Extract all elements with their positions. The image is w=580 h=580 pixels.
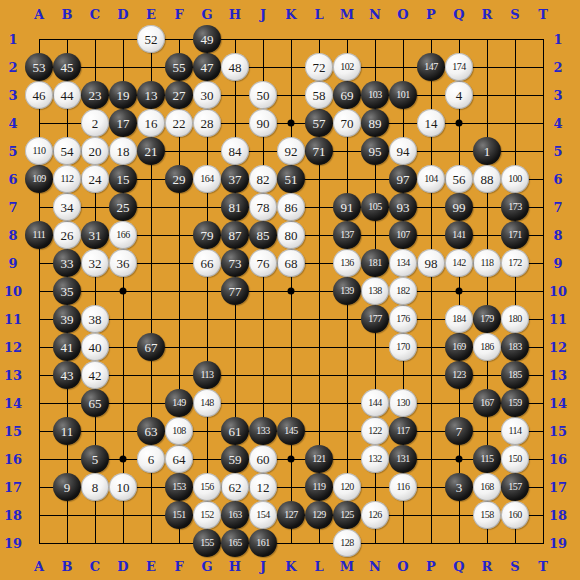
column-label: R	[482, 560, 493, 573]
row-label: 2	[8, 61, 17, 74]
row-label: 13	[4, 369, 22, 382]
stone-Q8: 141	[445, 221, 473, 249]
stone-N15: 122	[361, 417, 389, 445]
go-board-diagram: ABCDEFGHJKLMNOPQRST ABCDEFGHJKLMNOPQRST …	[0, 0, 580, 580]
star-point	[456, 288, 463, 295]
stone-G3: 30	[193, 81, 221, 109]
stone-L17: 119	[305, 473, 333, 501]
stone-H19: 165	[221, 529, 249, 557]
stone-M8: 137	[333, 221, 361, 249]
stone-Q15: 7	[445, 417, 473, 445]
column-label: F	[174, 8, 183, 21]
stone-E15: 63	[137, 417, 165, 445]
stone-R11: 179	[473, 305, 501, 333]
stone-F15: 108	[165, 417, 193, 445]
stone-H7: 81	[221, 193, 249, 221]
row-label: 9	[553, 257, 562, 270]
stone-N11: 177	[361, 305, 389, 333]
stone-O8: 107	[389, 221, 417, 249]
stone-G19: 155	[193, 529, 221, 557]
stone-R6: 88	[473, 165, 501, 193]
stone-H15: 61	[221, 417, 249, 445]
row-label: 4	[8, 117, 17, 130]
stone-G6: 164	[193, 165, 221, 193]
stone-O17: 116	[389, 473, 417, 501]
column-label: C	[90, 560, 100, 573]
row-label: 13	[549, 369, 567, 382]
stone-F2: 55	[165, 53, 193, 81]
column-label: M	[340, 560, 354, 573]
stone-Q6: 56	[445, 165, 473, 193]
stone-E16: 6	[137, 445, 165, 473]
stone-H6: 37	[221, 165, 249, 193]
row-label: 16	[4, 453, 22, 466]
stone-F6: 29	[165, 165, 193, 193]
grid-line-v	[543, 39, 544, 544]
row-label: 10	[549, 285, 567, 298]
stone-K5: 92	[277, 137, 305, 165]
stone-G13: 113	[193, 361, 221, 389]
stone-D7: 25	[109, 193, 137, 221]
row-label: 19	[549, 537, 567, 550]
stone-S17: 157	[501, 473, 529, 501]
row-label: 7	[553, 201, 562, 214]
row-label: 18	[549, 509, 567, 522]
stone-H10: 77	[221, 277, 249, 305]
stone-O15: 117	[389, 417, 417, 445]
stone-M19: 128	[333, 529, 361, 557]
stone-S15: 114	[501, 417, 529, 445]
stone-G2: 47	[193, 53, 221, 81]
row-label: 17	[4, 481, 22, 494]
stone-B7: 34	[53, 193, 81, 221]
column-label: E	[146, 560, 156, 573]
stone-K9: 68	[277, 249, 305, 277]
stone-D17: 10	[109, 473, 137, 501]
stone-N16: 132	[361, 445, 389, 473]
stone-J19: 161	[249, 529, 277, 557]
row-label: 15	[549, 425, 567, 438]
column-label: R	[482, 8, 493, 21]
stone-O9: 134	[389, 249, 417, 277]
column-label: G	[201, 8, 212, 21]
column-label: S	[510, 8, 519, 21]
stone-A8: 111	[25, 221, 53, 249]
stone-H5: 84	[221, 137, 249, 165]
stone-B5: 54	[53, 137, 81, 165]
stone-B2: 45	[53, 53, 81, 81]
stone-C17: 8	[81, 473, 109, 501]
column-label: N	[369, 8, 381, 21]
row-label: 8	[8, 229, 17, 242]
row-label: 2	[553, 61, 562, 74]
stone-M17: 120	[333, 473, 361, 501]
stone-H16: 59	[221, 445, 249, 473]
stone-D3: 19	[109, 81, 137, 109]
stone-E5: 21	[137, 137, 165, 165]
stone-O10: 182	[389, 277, 417, 305]
stone-L5: 71	[305, 137, 333, 165]
stone-J3: 50	[249, 81, 277, 109]
stone-S11: 180	[501, 305, 529, 333]
row-label: 11	[549, 313, 567, 326]
stone-S9: 172	[501, 249, 529, 277]
row-label: 5	[553, 145, 562, 158]
row-label: 19	[4, 537, 22, 550]
stone-L18: 129	[305, 501, 333, 529]
row-label: 6	[553, 173, 562, 186]
star-point	[120, 456, 127, 463]
column-label: J	[260, 8, 266, 21]
stone-C12: 40	[81, 333, 109, 361]
stone-N3: 103	[361, 81, 389, 109]
stone-J16: 60	[249, 445, 277, 473]
column-label: C	[90, 8, 100, 21]
stone-B17: 9	[53, 473, 81, 501]
stone-K15: 145	[277, 417, 305, 445]
stone-A5: 110	[25, 137, 53, 165]
stone-M4: 70	[333, 109, 361, 137]
column-label: A	[34, 560, 44, 573]
stone-S7: 173	[501, 193, 529, 221]
stone-B15: 11	[53, 417, 81, 445]
stone-S13: 185	[501, 361, 529, 389]
stone-N9: 181	[361, 249, 389, 277]
stone-Q7: 99	[445, 193, 473, 221]
row-label: 15	[4, 425, 22, 438]
stone-S6: 100	[501, 165, 529, 193]
grid-line-h	[39, 403, 544, 404]
stone-F14: 149	[165, 389, 193, 417]
row-label: 12	[4, 341, 22, 354]
stone-M10: 139	[333, 277, 361, 305]
stone-C11: 38	[81, 305, 109, 333]
column-label: H	[229, 560, 241, 573]
stone-C8: 31	[81, 221, 109, 249]
stone-F17: 153	[165, 473, 193, 501]
stone-H17: 62	[221, 473, 249, 501]
stone-S18: 160	[501, 501, 529, 529]
stone-K7: 86	[277, 193, 305, 221]
stone-Q11: 184	[445, 305, 473, 333]
column-label: G	[201, 560, 212, 573]
stone-R5: 1	[473, 137, 501, 165]
stone-J18: 154	[249, 501, 277, 529]
stone-P9: 98	[417, 249, 445, 277]
stone-O14: 130	[389, 389, 417, 417]
column-label: P	[426, 560, 436, 573]
star-point	[120, 288, 127, 295]
stone-G4: 28	[193, 109, 221, 137]
column-label: L	[314, 560, 323, 573]
row-label: 18	[4, 509, 22, 522]
column-label: H	[229, 8, 241, 21]
stone-L3: 58	[305, 81, 333, 109]
stone-A6: 109	[25, 165, 53, 193]
column-label: B	[62, 8, 73, 21]
star-point	[288, 456, 295, 463]
stone-Q13: 123	[445, 361, 473, 389]
stone-P4: 14	[417, 109, 445, 137]
row-label: 14	[4, 397, 22, 410]
stone-B3: 44	[53, 81, 81, 109]
row-label: 11	[4, 313, 22, 326]
row-label: 5	[8, 145, 17, 158]
stone-O5: 94	[389, 137, 417, 165]
column-label: T	[538, 560, 548, 573]
column-label: Q	[453, 560, 464, 573]
stone-O11: 176	[389, 305, 417, 333]
stone-F4: 22	[165, 109, 193, 137]
stone-G1: 49	[193, 25, 221, 53]
stone-M18: 125	[333, 501, 361, 529]
column-label: F	[174, 560, 183, 573]
stone-B12: 41	[53, 333, 81, 361]
column-label: M	[340, 8, 354, 21]
stone-J7: 78	[249, 193, 277, 221]
stone-L16: 121	[305, 445, 333, 473]
stone-M2: 102	[333, 53, 361, 81]
star-point	[288, 288, 295, 295]
row-label: 10	[4, 285, 22, 298]
column-label: A	[34, 8, 44, 21]
stone-N14: 144	[361, 389, 389, 417]
row-label: 14	[549, 397, 567, 410]
star-point	[456, 456, 463, 463]
stone-O12: 170	[389, 333, 417, 361]
stone-S16: 150	[501, 445, 529, 473]
stone-R12: 186	[473, 333, 501, 361]
stone-C3: 23	[81, 81, 109, 109]
stone-K6: 51	[277, 165, 305, 193]
stone-B11: 39	[53, 305, 81, 333]
stone-R17: 168	[473, 473, 501, 501]
stone-F16: 64	[165, 445, 193, 473]
stone-N5: 95	[361, 137, 389, 165]
stone-D4: 17	[109, 109, 137, 137]
row-label: 7	[8, 201, 17, 214]
stone-Q12: 169	[445, 333, 473, 361]
stone-G14: 148	[193, 389, 221, 417]
row-label: 12	[549, 341, 567, 354]
column-label: K	[285, 8, 296, 21]
stone-F3: 27	[165, 81, 193, 109]
column-label: T	[538, 8, 548, 21]
row-label: 1	[8, 33, 17, 46]
stone-H18: 163	[221, 501, 249, 529]
stone-O7: 93	[389, 193, 417, 221]
column-label: K	[285, 560, 296, 573]
column-label: Q	[453, 8, 464, 21]
stone-G9: 66	[193, 249, 221, 277]
row-label: 6	[8, 173, 17, 186]
stone-P2: 147	[417, 53, 445, 81]
stone-K8: 80	[277, 221, 305, 249]
stone-G18: 152	[193, 501, 221, 529]
stone-N18: 126	[361, 501, 389, 529]
stone-G8: 79	[193, 221, 221, 249]
row-label: 4	[553, 117, 562, 130]
stone-E1: 52	[137, 25, 165, 53]
stone-R9: 118	[473, 249, 501, 277]
stone-S14: 159	[501, 389, 529, 417]
stone-L4: 57	[305, 109, 333, 137]
stone-C4: 2	[81, 109, 109, 137]
column-label: J	[260, 560, 266, 573]
row-label: 17	[549, 481, 567, 494]
stone-C16: 5	[81, 445, 109, 473]
stone-M7: 91	[333, 193, 361, 221]
stone-O6: 97	[389, 165, 417, 193]
grid-line-h	[39, 543, 544, 544]
star-point	[288, 120, 295, 127]
row-label: 8	[553, 229, 562, 242]
column-label: O	[397, 560, 408, 573]
stone-S12: 183	[501, 333, 529, 361]
row-label: 1	[553, 33, 562, 46]
stone-J6: 82	[249, 165, 277, 193]
stone-D9: 36	[109, 249, 137, 277]
stone-B8: 26	[53, 221, 81, 249]
stone-C9: 32	[81, 249, 109, 277]
stone-B6: 112	[53, 165, 81, 193]
stone-C5: 20	[81, 137, 109, 165]
stone-C6: 24	[81, 165, 109, 193]
stone-O16: 131	[389, 445, 417, 473]
column-label: E	[146, 8, 156, 21]
stone-A3: 46	[25, 81, 53, 109]
stone-N10: 138	[361, 277, 389, 305]
stone-J8: 85	[249, 221, 277, 249]
column-label: B	[62, 560, 73, 573]
stone-C13: 42	[81, 361, 109, 389]
column-label: P	[426, 8, 436, 21]
stone-G17: 156	[193, 473, 221, 501]
stone-H2: 48	[221, 53, 249, 81]
stone-A2: 53	[25, 53, 53, 81]
stone-P6: 104	[417, 165, 445, 193]
stone-J4: 90	[249, 109, 277, 137]
stone-Q17: 3	[445, 473, 473, 501]
stone-H8: 87	[221, 221, 249, 249]
stone-R18: 158	[473, 501, 501, 529]
stone-E3: 13	[137, 81, 165, 109]
row-label: 9	[8, 257, 17, 270]
stone-D6: 15	[109, 165, 137, 193]
star-point	[456, 120, 463, 127]
stone-B10: 35	[53, 277, 81, 305]
column-label: D	[117, 8, 128, 21]
stone-Q3: 4	[445, 81, 473, 109]
stone-R16: 115	[473, 445, 501, 473]
stone-J15: 133	[249, 417, 277, 445]
column-label: D	[117, 560, 128, 573]
stone-H9: 73	[221, 249, 249, 277]
stone-N4: 89	[361, 109, 389, 137]
column-label: L	[314, 8, 323, 21]
stone-Q9: 142	[445, 249, 473, 277]
stone-M9: 136	[333, 249, 361, 277]
stone-E12: 67	[137, 333, 165, 361]
column-label: N	[369, 560, 381, 573]
row-label: 3	[8, 89, 17, 102]
stone-E4: 16	[137, 109, 165, 137]
row-label: 16	[549, 453, 567, 466]
stone-J17: 12	[249, 473, 277, 501]
column-label: S	[510, 560, 519, 573]
column-label: O	[397, 8, 408, 21]
stone-K18: 127	[277, 501, 305, 529]
row-label: 3	[553, 89, 562, 102]
stone-B9: 33	[53, 249, 81, 277]
stone-N7: 105	[361, 193, 389, 221]
stone-O3: 101	[389, 81, 417, 109]
stone-R14: 167	[473, 389, 501, 417]
stone-Q2: 174	[445, 53, 473, 81]
stone-D5: 18	[109, 137, 137, 165]
stone-M3: 69	[333, 81, 361, 109]
stone-D8: 166	[109, 221, 137, 249]
stone-C14: 65	[81, 389, 109, 417]
stone-J9: 76	[249, 249, 277, 277]
stone-B13: 43	[53, 361, 81, 389]
stone-L2: 72	[305, 53, 333, 81]
stone-F18: 151	[165, 501, 193, 529]
stone-S8: 171	[501, 221, 529, 249]
